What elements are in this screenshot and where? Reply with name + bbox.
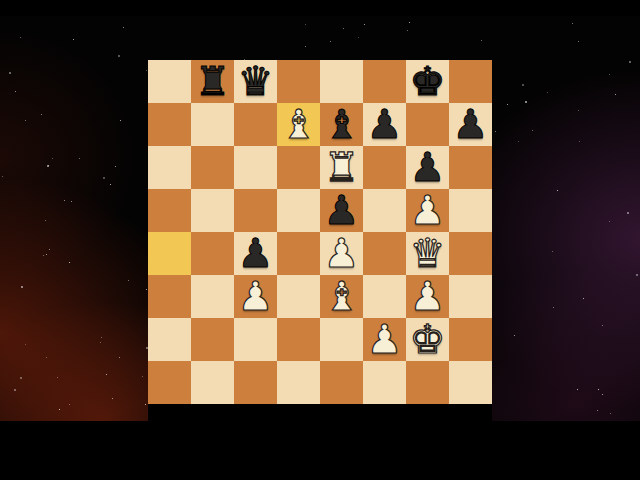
square-h8[interactable] <box>449 60 492 103</box>
square-d4[interactable] <box>277 232 320 275</box>
star <box>142 376 143 377</box>
star <box>597 410 598 411</box>
star <box>15 91 16 92</box>
star <box>578 110 579 111</box>
star <box>495 131 496 132</box>
square-d5[interactable] <box>277 189 320 232</box>
square-e8[interactable] <box>320 60 363 103</box>
square-f6[interactable] <box>363 146 406 189</box>
square-b7[interactable] <box>191 103 234 146</box>
star <box>627 212 629 214</box>
star <box>106 374 107 375</box>
star <box>525 101 527 103</box>
piece-black-pawn[interactable]: ♟ <box>410 146 446 189</box>
square-b5[interactable] <box>191 189 234 232</box>
piece-black-bishop[interactable]: ♝ <box>324 103 360 146</box>
piece-black-pawn[interactable]: ♟ <box>453 103 489 146</box>
video-frame: ♜♛♚♝♝♟♟♜♟♟♟♟♟♛♟♝♟♟♚ <box>0 0 640 480</box>
star <box>20 37 21 38</box>
piece-white-bishop[interactable]: ♝ <box>324 275 360 318</box>
star <box>21 286 23 288</box>
star <box>41 114 42 115</box>
star <box>103 177 105 179</box>
piece-white-queen[interactable]: ♛ <box>410 232 446 275</box>
star <box>128 280 129 281</box>
star <box>2 176 3 177</box>
board-bottom-mask <box>148 404 492 421</box>
square-d7[interactable]: ♝ <box>277 103 320 146</box>
star <box>9 72 11 74</box>
star <box>514 335 515 336</box>
star <box>629 61 631 63</box>
square-g8[interactable]: ♚ <box>406 60 449 103</box>
square-g3[interactable]: ♟ <box>406 275 449 318</box>
star <box>25 344 26 345</box>
piece-white-pawn[interactable]: ♟ <box>410 189 446 232</box>
star <box>572 23 573 24</box>
star <box>364 24 365 25</box>
square-h1[interactable] <box>449 361 492 404</box>
piece-white-pawn[interactable]: ♟ <box>324 232 360 275</box>
star <box>52 158 53 159</box>
star <box>79 158 80 159</box>
square-f5[interactable] <box>363 189 406 232</box>
star <box>609 74 610 75</box>
star <box>112 398 113 399</box>
square-g7[interactable] <box>406 103 449 146</box>
square-c6[interactable] <box>234 146 277 189</box>
square-f8[interactable] <box>363 60 406 103</box>
star <box>553 307 554 308</box>
piece-black-pawn[interactable]: ♟ <box>367 103 403 146</box>
square-c8[interactable]: ♛ <box>234 60 277 103</box>
star <box>577 389 578 390</box>
square-a6[interactable] <box>148 146 191 189</box>
square-h6[interactable] <box>449 146 492 189</box>
square-e6[interactable]: ♜ <box>320 146 363 189</box>
star <box>14 389 16 391</box>
square-a4[interactable] <box>148 232 191 275</box>
square-e7[interactable]: ♝ <box>320 103 363 146</box>
piece-white-pawn[interactable]: ♟ <box>367 318 403 361</box>
square-h4[interactable] <box>449 232 492 275</box>
star <box>110 184 111 185</box>
square-a8[interactable] <box>148 60 191 103</box>
square-e3[interactable]: ♝ <box>320 275 363 318</box>
star <box>583 298 584 299</box>
star <box>532 130 533 131</box>
star <box>579 141 580 142</box>
star <box>358 37 359 38</box>
square-h5[interactable] <box>449 189 492 232</box>
star <box>57 377 58 378</box>
square-a5[interactable] <box>148 189 191 232</box>
piece-white-bishop[interactable]: ♝ <box>281 103 317 146</box>
piece-black-queen[interactable]: ♛ <box>238 60 274 103</box>
square-e5[interactable]: ♟ <box>320 189 363 232</box>
square-d8[interactable] <box>277 60 320 103</box>
square-g4[interactable]: ♛ <box>406 232 449 275</box>
square-c3[interactable]: ♟ <box>234 275 277 318</box>
square-h7[interactable]: ♟ <box>449 103 492 146</box>
square-b6[interactable] <box>191 146 234 189</box>
square-e1[interactable] <box>320 361 363 404</box>
square-a1[interactable] <box>148 361 191 404</box>
star <box>20 377 22 379</box>
star <box>507 104 508 105</box>
star <box>49 249 50 250</box>
square-c1[interactable] <box>234 361 277 404</box>
star <box>598 389 599 390</box>
star <box>407 30 408 31</box>
star <box>636 274 638 276</box>
star <box>123 27 124 28</box>
piece-black-pawn[interactable]: ♟ <box>238 232 274 275</box>
square-g5[interactable]: ♟ <box>406 189 449 232</box>
star <box>71 201 72 202</box>
star <box>522 84 524 86</box>
star <box>120 120 121 121</box>
star <box>46 254 47 255</box>
square-b4[interactable] <box>191 232 234 275</box>
star <box>43 255 44 256</box>
square-f7[interactable]: ♟ <box>363 103 406 146</box>
star <box>552 251 553 252</box>
star <box>118 55 120 57</box>
star <box>602 394 603 395</box>
star <box>481 40 482 41</box>
star <box>119 357 120 358</box>
square-a7[interactable] <box>148 103 191 146</box>
piece-white-pawn[interactable]: ♟ <box>238 275 274 318</box>
square-f1[interactable] <box>363 361 406 404</box>
star <box>615 94 616 95</box>
piece-white-pawn[interactable]: ♟ <box>410 275 446 318</box>
chess-board: ♜♛♚♝♝♟♟♜♟♟♟♟♟♛♟♝♟♟♚ <box>148 60 492 404</box>
star <box>46 357 47 358</box>
piece-white-king[interactable]: ♚ <box>410 318 446 361</box>
star <box>557 190 558 191</box>
square-b8[interactable]: ♜ <box>191 60 234 103</box>
piece-white-rook[interactable]: ♜ <box>324 146 360 189</box>
square-h2[interactable] <box>449 318 492 361</box>
star <box>610 413 611 414</box>
square-d2[interactable] <box>277 318 320 361</box>
star <box>69 262 70 263</box>
star <box>146 289 147 290</box>
star <box>409 22 410 23</box>
square-c2[interactable] <box>234 318 277 361</box>
star <box>609 221 610 222</box>
star <box>146 70 147 71</box>
letterbox-bottom <box>0 421 640 480</box>
letterbox-top <box>0 0 640 16</box>
star <box>330 41 331 42</box>
star <box>518 141 519 142</box>
square-e2[interactable] <box>320 318 363 361</box>
square-b3[interactable] <box>191 275 234 318</box>
star <box>145 404 146 405</box>
piece-black-pawn[interactable]: ♟ <box>324 189 360 232</box>
square-h3[interactable] <box>449 275 492 318</box>
star <box>115 166 116 167</box>
square-d6[interactable] <box>277 146 320 189</box>
star <box>73 39 74 40</box>
square-b1[interactable] <box>191 361 234 404</box>
square-a3[interactable] <box>148 275 191 318</box>
star <box>45 220 46 221</box>
star <box>59 409 60 410</box>
square-d1[interactable] <box>277 361 320 404</box>
square-g6[interactable]: ♟ <box>406 146 449 189</box>
star <box>578 41 579 42</box>
square-d3[interactable] <box>277 275 320 318</box>
piece-black-rook[interactable]: ♜ <box>195 60 231 103</box>
star <box>64 200 65 201</box>
star <box>47 165 49 167</box>
square-c7[interactable] <box>234 103 277 146</box>
star <box>602 325 603 326</box>
square-c4[interactable]: ♟ <box>234 232 277 275</box>
square-f4[interactable] <box>363 232 406 275</box>
star <box>547 92 548 93</box>
square-c5[interactable] <box>234 189 277 232</box>
square-b2[interactable] <box>191 318 234 361</box>
star <box>343 28 344 29</box>
star <box>69 404 70 405</box>
star <box>101 337 102 338</box>
square-g1[interactable] <box>406 361 449 404</box>
star <box>25 120 26 121</box>
star <box>100 342 101 343</box>
square-g2[interactable]: ♚ <box>406 318 449 361</box>
square-a2[interactable] <box>148 318 191 361</box>
piece-black-king[interactable]: ♚ <box>410 60 446 103</box>
square-e4[interactable]: ♟ <box>320 232 363 275</box>
star <box>305 24 306 25</box>
square-f3[interactable] <box>363 275 406 318</box>
square-f2[interactable]: ♟ <box>363 318 406 361</box>
star <box>305 46 306 47</box>
